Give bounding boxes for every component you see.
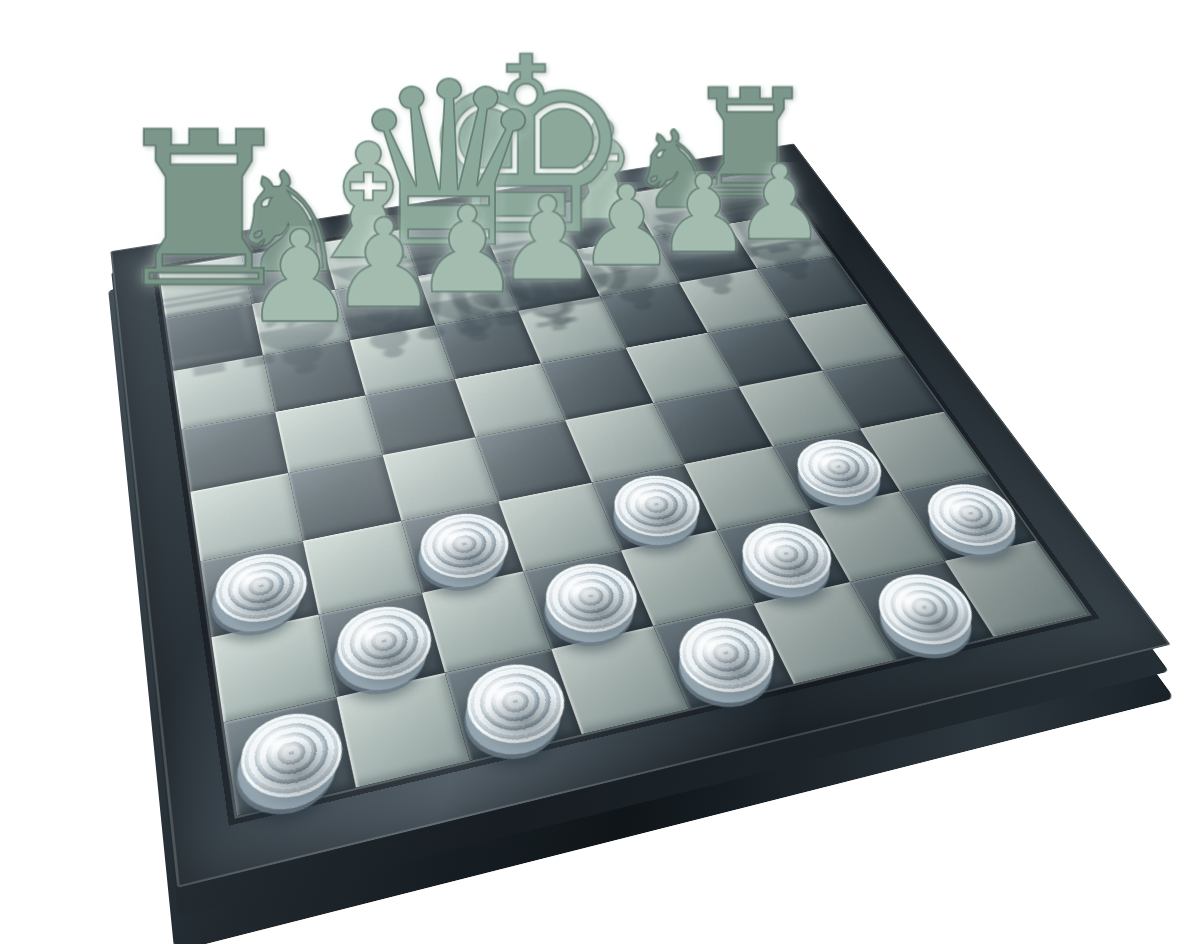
- checker-d2[interactable]: [535, 556, 648, 641]
- pawn-glyph: ♟: [96, 226, 504, 328]
- glass-chessboard: ♜♜♞♞♝♝♛♛♚♚♝♝♞♞♜♜♟♟♟♟♟♟♟♟♟♟♟♟♟♟: [110, 144, 1171, 889]
- product-render-scene: ♜♜♞♞♝♝♛♛♚♚♝♝♞♞♜♜♟♟♟♟♟♟♟♟♟♟♟♟♟♟: [0, 0, 1200, 944]
